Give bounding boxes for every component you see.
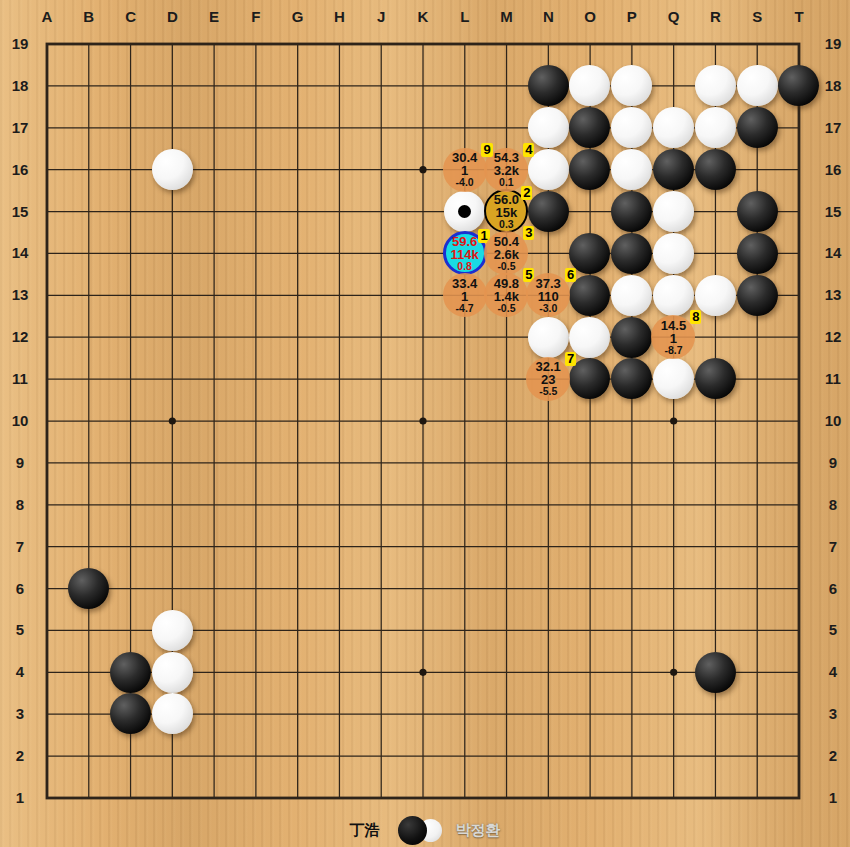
row-label-3: 3 bbox=[818, 705, 848, 723]
white-stone-o12 bbox=[569, 317, 610, 358]
black-stone-p15 bbox=[611, 191, 652, 232]
stone-color-icons bbox=[393, 815, 443, 845]
score-lead: 0.8 bbox=[457, 261, 472, 272]
white-stone-q17 bbox=[653, 107, 694, 148]
black-stone-s14 bbox=[737, 233, 778, 274]
white-stone-s18 bbox=[737, 65, 778, 106]
row-label-18: 18 bbox=[818, 77, 848, 95]
white-stone-d16 bbox=[152, 149, 193, 190]
white-stone-r13 bbox=[695, 275, 736, 316]
black-stone-q16 bbox=[653, 149, 694, 190]
visits: 2.6k bbox=[494, 248, 519, 261]
row-label-19: 19 bbox=[818, 35, 848, 53]
white-stone-p13 bbox=[611, 275, 652, 316]
score-lead: -4.7 bbox=[456, 303, 474, 314]
black-stone-b6 bbox=[68, 568, 109, 609]
black-stone-o17 bbox=[569, 107, 610, 148]
black-stone-r4 bbox=[695, 652, 736, 693]
row-label-16: 16 bbox=[818, 161, 848, 179]
white-stone-r18 bbox=[695, 65, 736, 106]
white-stone-d4 bbox=[152, 652, 193, 693]
candidate-move-n13[interactable]: 637.3110-3.0 bbox=[526, 273, 570, 317]
row-label-14: 14 bbox=[818, 244, 848, 262]
row-label-1: 1 bbox=[818, 789, 848, 807]
row-label-2: 2 bbox=[818, 747, 848, 765]
black-stone-s13 bbox=[737, 275, 778, 316]
black-stone-r16 bbox=[695, 149, 736, 190]
score-lead: 0.3 bbox=[499, 219, 514, 230]
variation-rank-badge: 9 bbox=[481, 143, 492, 157]
row-label-15: 15 bbox=[818, 203, 848, 221]
black-stone-r11 bbox=[695, 358, 736, 399]
black-stone-s17 bbox=[737, 107, 778, 148]
player-caption: 丁浩 박정환 bbox=[0, 815, 850, 845]
black-stone-c4 bbox=[110, 652, 151, 693]
white-stone-p18 bbox=[611, 65, 652, 106]
white-stone-n17 bbox=[528, 107, 569, 148]
black-stone-n18 bbox=[528, 65, 569, 106]
candidate-move-l16[interactable]: 930.41-4.0 bbox=[443, 148, 487, 192]
candidate-move-q12[interactable]: 814.51-8.7 bbox=[651, 315, 695, 359]
white-stone-r17 bbox=[695, 107, 736, 148]
winrate: 59.6 bbox=[452, 235, 477, 248]
black-stone-t18 bbox=[778, 65, 819, 106]
score-lead: 0.1 bbox=[499, 177, 514, 188]
candidate-move-m13[interactable]: 549.81.4k-0.5 bbox=[484, 273, 528, 317]
last-move-marker bbox=[458, 205, 471, 218]
score-lead: -4.0 bbox=[456, 177, 474, 188]
row-label-12: 12 bbox=[818, 328, 848, 346]
board-intersections[interactable]: 159.6114k0.8256.015k0.3350.42.6k-0.5454.… bbox=[26, 23, 820, 819]
black-stone-c3 bbox=[110, 693, 151, 734]
variation-rank-badge: 7 bbox=[565, 352, 576, 366]
row-label-17: 17 bbox=[818, 119, 848, 137]
variation-rank-badge: 6 bbox=[565, 268, 576, 282]
white-stone-n12 bbox=[528, 317, 569, 358]
variation-rank-badge: 3 bbox=[523, 226, 534, 240]
candidate-move-l14[interactable]: 159.6114k0.8 bbox=[443, 231, 487, 275]
candidate-move-m15[interactable]: 256.015k0.3 bbox=[484, 189, 528, 233]
black-stone-p11 bbox=[611, 358, 652, 399]
candidate-move-l13[interactable]: 33.41-4.7 bbox=[443, 273, 487, 317]
variation-rank-badge: 8 bbox=[690, 310, 701, 324]
white-stone-q15 bbox=[653, 191, 694, 232]
score-lead: -0.5 bbox=[497, 261, 515, 272]
white-stone-l15 bbox=[444, 191, 485, 232]
black-stone-n15 bbox=[528, 191, 569, 232]
visits: 1 bbox=[670, 332, 677, 345]
winrate: 50.4 bbox=[494, 235, 519, 248]
visits: 110 bbox=[538, 290, 559, 303]
variation-rank-badge: 4 bbox=[523, 143, 534, 157]
score-lead: -3.0 bbox=[539, 303, 557, 314]
white-stone-q13 bbox=[653, 275, 694, 316]
winrate: 33.4 bbox=[452, 277, 477, 290]
row-label-10: 10 bbox=[818, 412, 848, 430]
black-stone-icon bbox=[398, 816, 427, 845]
white-stone-p17 bbox=[611, 107, 652, 148]
winrate: 14.5 bbox=[661, 319, 686, 332]
score-lead: -8.7 bbox=[664, 345, 682, 356]
row-label-11: 11 bbox=[818, 370, 848, 388]
row-label-6: 6 bbox=[818, 580, 848, 598]
black-player-name: 丁浩 bbox=[350, 821, 380, 840]
row-label-13: 13 bbox=[818, 286, 848, 304]
row-label-9: 9 bbox=[818, 454, 848, 472]
black-stone-p14 bbox=[611, 233, 652, 274]
white-stone-q14 bbox=[653, 233, 694, 274]
white-stone-o18 bbox=[569, 65, 610, 106]
score-lead: -5.5 bbox=[539, 386, 557, 397]
winrate: 49.8 bbox=[494, 277, 519, 290]
winrate: 37.3 bbox=[536, 277, 561, 290]
visits: 1.4k bbox=[494, 290, 519, 303]
white-stone-d3 bbox=[152, 693, 193, 734]
white-player-name: 박정환 bbox=[456, 821, 501, 840]
go-board: ABCDEFGHJKLMNOPQRST 19181716151413121110… bbox=[0, 0, 850, 847]
row-label-4: 4 bbox=[818, 663, 848, 681]
white-stone-d5 bbox=[152, 610, 193, 651]
black-stone-o16 bbox=[569, 149, 610, 190]
row-label-5: 5 bbox=[818, 621, 848, 639]
white-stone-p16 bbox=[611, 149, 652, 190]
row-label-7: 7 bbox=[818, 538, 848, 556]
black-stone-s15 bbox=[737, 191, 778, 232]
row-label-8: 8 bbox=[818, 496, 848, 514]
black-stone-o14 bbox=[569, 233, 610, 274]
score-lead: -0.5 bbox=[497, 303, 515, 314]
white-stone-q11 bbox=[653, 358, 694, 399]
visits: 114k bbox=[451, 248, 479, 261]
candidate-move-n11[interactable]: 732.123-5.5 bbox=[526, 357, 570, 401]
visits: 1 bbox=[461, 290, 468, 303]
black-stone-p12 bbox=[611, 317, 652, 358]
variation-rank-badge: 2 bbox=[521, 186, 532, 200]
candidate-move-m14[interactable]: 350.42.6k-0.5 bbox=[484, 231, 528, 275]
